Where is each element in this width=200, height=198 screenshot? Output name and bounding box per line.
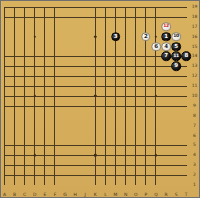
- row-label-3: 3: [193, 163, 196, 168]
- column-label-m: M: [114, 192, 118, 197]
- column-label-g: G: [63, 192, 67, 197]
- row-label-5: 5: [193, 143, 196, 148]
- black-stone-r16[interactable]: 1: [161, 32, 171, 42]
- white-stone-r17[interactable]: 12: [161, 22, 171, 32]
- move-number: 10: [173, 34, 179, 39]
- column-label-r: R: [164, 192, 167, 197]
- column-label-b: B: [13, 192, 16, 197]
- row-label-15: 15: [192, 44, 198, 49]
- move-number: 9: [174, 64, 178, 70]
- row-label-14: 14: [192, 54, 198, 59]
- move-number: 1: [164, 34, 168, 40]
- black-stone-s15[interactable]: 5: [171, 42, 181, 52]
- black-stone-m16[interactable]: 3: [111, 32, 121, 42]
- column-label-c: C: [23, 192, 26, 197]
- white-stone-p16[interactable]: 2: [141, 32, 151, 42]
- black-stone-t14[interactable]: 8: [181, 52, 191, 62]
- column-label-n: N: [124, 192, 127, 197]
- row-label-2: 2: [193, 173, 196, 178]
- column-label-a: A: [3, 192, 6, 197]
- column-label-o: O: [134, 192, 138, 197]
- row-label-6: 6: [193, 133, 196, 138]
- black-stone-s14[interactable]: 11: [171, 52, 181, 62]
- row-label-17: 17: [192, 25, 198, 30]
- column-label-d: D: [33, 192, 36, 197]
- row-label-13: 13: [192, 64, 198, 69]
- row-label-16: 16: [192, 34, 198, 39]
- row-label-7: 7: [193, 123, 196, 128]
- row-label-9: 9: [193, 104, 196, 109]
- column-label-q: Q: [154, 192, 158, 197]
- row-label-4: 4: [193, 153, 196, 158]
- move-number: 2: [144, 34, 148, 40]
- move-number: 8: [184, 54, 188, 60]
- row-label-18: 18: [192, 15, 198, 20]
- column-label-e: E: [43, 192, 46, 197]
- white-stone-s16[interactable]: 10: [171, 32, 181, 42]
- column-label-j: J: [85, 192, 86, 197]
- move-number: 4: [164, 44, 168, 50]
- row-label-12: 12: [192, 74, 198, 79]
- move-number: 12: [163, 25, 169, 30]
- column-label-s: S: [175, 192, 178, 197]
- column-label-f: F: [54, 192, 57, 197]
- move-number: 6: [154, 44, 158, 50]
- row-label-11: 11: [192, 84, 198, 89]
- row-label-1: 1: [193, 183, 196, 188]
- black-stone-r14[interactable]: 7: [161, 52, 171, 62]
- move-number: 11: [173, 54, 179, 59]
- move-number: 7: [164, 54, 168, 60]
- row-label-19: 19: [192, 5, 198, 10]
- white-stone-q15[interactable]: 6: [151, 42, 161, 52]
- black-stone-s13[interactable]: 9: [171, 62, 181, 72]
- white-stone-r15[interactable]: 4: [161, 42, 171, 52]
- row-label-10: 10: [192, 94, 198, 99]
- column-label-l: L: [104, 192, 107, 197]
- go-board[interactable]: 123456789101112 ABCDEFGHJKLMNOPQRST 1918…: [0, 0, 200, 198]
- column-label-k: K: [94, 192, 97, 197]
- column-label-t: T: [185, 192, 188, 197]
- move-number: 3: [114, 34, 118, 40]
- move-number: 5: [174, 44, 178, 50]
- row-label-8: 8: [193, 114, 196, 119]
- column-label-p: P: [144, 192, 147, 197]
- column-label-h: H: [73, 192, 76, 197]
